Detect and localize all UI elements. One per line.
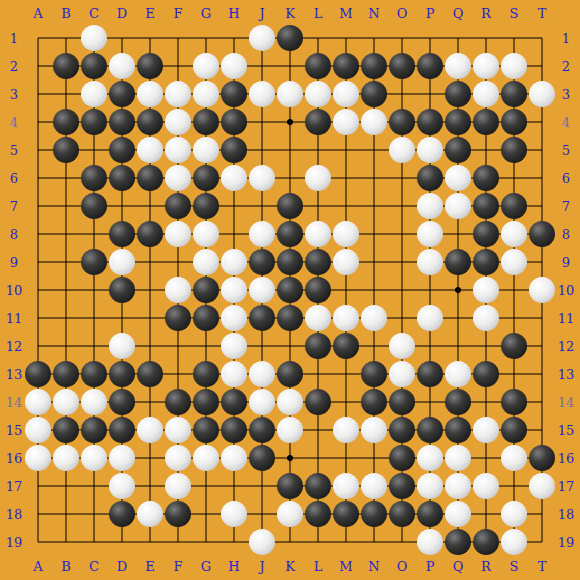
- row-label-right: 19: [558, 535, 575, 550]
- stone-black: [305, 333, 331, 359]
- star-point: [287, 455, 293, 461]
- row-label-right: 11: [558, 311, 575, 326]
- stone-white: [473, 473, 499, 499]
- stone-black: [529, 221, 555, 247]
- col-label-top: G: [201, 6, 211, 21]
- stone-white: [193, 221, 219, 247]
- stone-white: [389, 137, 415, 163]
- stone-black: [361, 81, 387, 107]
- stone-white: [305, 305, 331, 331]
- row-label-right: 17: [558, 479, 575, 494]
- star-point: [287, 119, 293, 125]
- col-label-top: F: [173, 6, 182, 21]
- col-label-bottom: M: [339, 559, 352, 574]
- stone-black: [333, 53, 359, 79]
- stone-black: [361, 53, 387, 79]
- stone-white: [417, 249, 443, 275]
- stone-black: [361, 361, 387, 387]
- stone-white: [445, 165, 471, 191]
- stone-black: [529, 445, 555, 471]
- stone-white: [305, 81, 331, 107]
- col-label-top: T: [538, 6, 547, 21]
- stone-black: [109, 109, 135, 135]
- col-label-bottom: D: [117, 559, 127, 574]
- stone-black: [501, 109, 527, 135]
- row-label-left: 5: [10, 143, 18, 158]
- stone-black: [501, 417, 527, 443]
- go-board[interactable]: AABBCCDDEEFFGGHHJJKKLLMMNNOOPPQQRRSSTT11…: [0, 0, 580, 580]
- col-label-bottom: J: [257, 559, 264, 574]
- row-label-left: 9: [10, 255, 18, 270]
- row-label-right: 14: [558, 395, 575, 410]
- stone-white: [277, 389, 303, 415]
- stone-white: [389, 361, 415, 387]
- col-label-bottom: G: [201, 559, 211, 574]
- stone-black: [305, 109, 331, 135]
- stone-white: [221, 361, 247, 387]
- stone-black: [193, 109, 219, 135]
- stone-white: [221, 165, 247, 191]
- stone-white: [109, 53, 135, 79]
- col-label-bottom: F: [173, 559, 182, 574]
- stone-black: [473, 221, 499, 247]
- stone-white: [137, 501, 163, 527]
- row-label-left: 18: [6, 507, 23, 522]
- stone-black: [81, 53, 107, 79]
- stone-white: [249, 81, 275, 107]
- stone-black: [473, 193, 499, 219]
- col-label-top: B: [61, 6, 71, 21]
- stone-white: [305, 165, 331, 191]
- row-label-right: 6: [562, 171, 570, 186]
- col-label-bottom: B: [61, 559, 71, 574]
- stone-black: [137, 165, 163, 191]
- stone-white: [25, 389, 51, 415]
- stone-black: [137, 221, 163, 247]
- row-label-left: 13: [6, 367, 23, 382]
- stone-white: [473, 277, 499, 303]
- stone-black: [193, 417, 219, 443]
- stone-black: [193, 193, 219, 219]
- stone-black: [137, 361, 163, 387]
- stone-black: [53, 137, 79, 163]
- stone-black: [389, 473, 415, 499]
- stone-white: [221, 501, 247, 527]
- stone-white: [445, 193, 471, 219]
- stone-black: [501, 81, 527, 107]
- stone-black: [193, 389, 219, 415]
- stone-white: [333, 109, 359, 135]
- stone-black: [109, 417, 135, 443]
- stone-white: [529, 473, 555, 499]
- stone-white: [193, 137, 219, 163]
- stone-black: [221, 417, 247, 443]
- col-label-top: N: [368, 6, 379, 21]
- stone-white: [417, 221, 443, 247]
- stone-white: [137, 81, 163, 107]
- stone-white: [165, 109, 191, 135]
- stone-black: [473, 109, 499, 135]
- stone-white: [361, 473, 387, 499]
- stone-black: [305, 473, 331, 499]
- stone-white: [81, 81, 107, 107]
- stone-black: [249, 417, 275, 443]
- stone-white: [109, 249, 135, 275]
- stone-white: [333, 221, 359, 247]
- stone-black: [25, 361, 51, 387]
- stone-black: [193, 305, 219, 331]
- stone-white: [333, 417, 359, 443]
- stone-white: [501, 53, 527, 79]
- stone-black: [389, 417, 415, 443]
- stone-black: [165, 193, 191, 219]
- stone-white: [249, 165, 275, 191]
- stone-white: [501, 249, 527, 275]
- stone-white: [473, 81, 499, 107]
- col-label-bottom: H: [228, 559, 239, 574]
- stone-black: [473, 249, 499, 275]
- stone-black: [165, 305, 191, 331]
- stone-black: [417, 165, 443, 191]
- stone-black: [277, 249, 303, 275]
- stone-black: [277, 361, 303, 387]
- stone-white: [221, 333, 247, 359]
- stone-white: [333, 81, 359, 107]
- row-label-left: 14: [6, 395, 23, 410]
- row-label-right: 2: [562, 59, 570, 74]
- col-label-bottom: T: [538, 559, 547, 574]
- stone-black: [445, 529, 471, 555]
- stone-white: [417, 529, 443, 555]
- row-label-right: 18: [558, 507, 575, 522]
- stone-black: [109, 361, 135, 387]
- col-label-top: L: [314, 6, 323, 21]
- stone-white: [221, 277, 247, 303]
- row-label-right: 3: [562, 87, 570, 102]
- stone-black: [221, 389, 247, 415]
- col-label-top: S: [510, 6, 519, 21]
- row-label-left: 1: [10, 31, 18, 46]
- stone-white: [333, 473, 359, 499]
- stone-white: [165, 417, 191, 443]
- stone-black: [53, 361, 79, 387]
- row-label-left: 4: [10, 115, 18, 130]
- col-label-bottom: K: [285, 559, 295, 574]
- stone-white: [445, 361, 471, 387]
- stone-white: [53, 389, 79, 415]
- stone-white: [137, 417, 163, 443]
- stone-white: [361, 109, 387, 135]
- stone-black: [221, 109, 247, 135]
- stone-black: [53, 53, 79, 79]
- row-label-right: 1: [562, 31, 570, 46]
- stone-black: [445, 81, 471, 107]
- row-label-right: 16: [558, 451, 575, 466]
- stone-white: [165, 221, 191, 247]
- stone-white: [165, 165, 191, 191]
- row-label-left: 12: [6, 339, 23, 354]
- stone-black: [277, 305, 303, 331]
- stone-black: [81, 361, 107, 387]
- stone-black: [417, 361, 443, 387]
- stone-black: [221, 81, 247, 107]
- stone-white: [109, 333, 135, 359]
- stone-white: [81, 389, 107, 415]
- col-label-bottom: S: [510, 559, 519, 574]
- stone-white: [361, 417, 387, 443]
- stone-white: [53, 445, 79, 471]
- stone-black: [277, 473, 303, 499]
- stone-black: [53, 109, 79, 135]
- stone-black: [137, 53, 163, 79]
- stone-black: [333, 501, 359, 527]
- stone-black: [305, 249, 331, 275]
- stone-black: [389, 109, 415, 135]
- col-label-top: R: [481, 6, 492, 21]
- row-label-right: 9: [562, 255, 570, 270]
- stone-black: [81, 249, 107, 275]
- col-label-bottom: L: [314, 559, 323, 574]
- col-label-top: A: [32, 6, 43, 21]
- stone-black: [445, 137, 471, 163]
- stone-white: [417, 445, 443, 471]
- col-label-top: Q: [453, 6, 464, 21]
- stone-black: [81, 165, 107, 191]
- stone-white: [165, 81, 191, 107]
- stone-white: [249, 529, 275, 555]
- stone-white: [193, 445, 219, 471]
- stone-black: [473, 361, 499, 387]
- stone-black: [249, 305, 275, 331]
- stone-white: [333, 305, 359, 331]
- stone-black: [417, 417, 443, 443]
- stone-white: [109, 473, 135, 499]
- col-label-bottom: C: [89, 559, 99, 574]
- stone-white: [501, 221, 527, 247]
- stone-black: [193, 165, 219, 191]
- stone-black: [417, 109, 443, 135]
- col-label-bottom: A: [32, 559, 43, 574]
- stone-black: [81, 193, 107, 219]
- stone-white: [221, 445, 247, 471]
- stone-black: [473, 529, 499, 555]
- stone-white: [473, 53, 499, 79]
- row-label-left: 17: [6, 479, 23, 494]
- stone-black: [501, 137, 527, 163]
- col-label-top: K: [285, 6, 295, 21]
- stone-black: [193, 277, 219, 303]
- stone-white: [473, 417, 499, 443]
- stone-black: [165, 389, 191, 415]
- stone-black: [417, 501, 443, 527]
- stone-black: [305, 53, 331, 79]
- stone-black: [109, 221, 135, 247]
- stone-black: [361, 501, 387, 527]
- stone-white: [501, 445, 527, 471]
- stone-black: [445, 109, 471, 135]
- row-label-right: 12: [558, 339, 575, 354]
- col-label-bottom: Q: [453, 559, 464, 574]
- stone-white: [529, 277, 555, 303]
- stone-white: [25, 417, 51, 443]
- stone-black: [249, 249, 275, 275]
- stone-black: [501, 389, 527, 415]
- col-label-bottom: P: [426, 559, 435, 574]
- col-label-bottom: R: [481, 559, 492, 574]
- col-label-bottom: E: [145, 559, 155, 574]
- stone-black: [277, 193, 303, 219]
- stone-white: [417, 473, 443, 499]
- star-point: [455, 287, 461, 293]
- stone-white: [445, 501, 471, 527]
- row-label-left: 16: [6, 451, 23, 466]
- col-label-bottom: O: [397, 559, 408, 574]
- stone-black: [445, 417, 471, 443]
- stone-white: [109, 445, 135, 471]
- stone-black: [473, 165, 499, 191]
- stone-black: [109, 501, 135, 527]
- row-label-right: 13: [558, 367, 575, 382]
- stone-black: [389, 501, 415, 527]
- stone-white: [473, 305, 499, 331]
- stone-black: [277, 221, 303, 247]
- stone-white: [249, 277, 275, 303]
- stone-black: [389, 53, 415, 79]
- col-label-top: J: [257, 6, 264, 21]
- stone-black: [445, 249, 471, 275]
- row-label-left: 10: [6, 283, 23, 298]
- row-label-right: 10: [558, 283, 575, 298]
- stone-white: [361, 305, 387, 331]
- stone-black: [109, 81, 135, 107]
- stone-black: [53, 417, 79, 443]
- row-label-right: 15: [558, 423, 575, 438]
- stone-white: [501, 501, 527, 527]
- row-label-left: 15: [6, 423, 23, 438]
- stone-white: [249, 25, 275, 51]
- stone-white: [25, 445, 51, 471]
- row-label-left: 3: [10, 87, 18, 102]
- stone-white: [193, 53, 219, 79]
- col-label-top: O: [397, 6, 408, 21]
- stone-white: [417, 137, 443, 163]
- stone-black: [277, 277, 303, 303]
- col-label-top: E: [145, 6, 155, 21]
- stone-white: [445, 473, 471, 499]
- go-board-canvas[interactable]: AABBCCDDEEFFGGHHJJKKLLMMNNOOPPQQRRSSTT11…: [0, 0, 580, 580]
- row-label-right: 7: [562, 199, 570, 214]
- stone-white: [417, 305, 443, 331]
- stone-black: [81, 109, 107, 135]
- stone-white: [81, 445, 107, 471]
- row-label-right: 5: [562, 143, 570, 158]
- stone-white: [193, 249, 219, 275]
- stone-white: [193, 81, 219, 107]
- stone-white: [81, 25, 107, 51]
- stone-white: [333, 249, 359, 275]
- row-label-right: 8: [562, 227, 570, 242]
- col-label-bottom: N: [368, 559, 379, 574]
- col-label-top: D: [117, 6, 127, 21]
- stone-black: [193, 361, 219, 387]
- stone-black: [137, 109, 163, 135]
- row-label-left: 11: [6, 311, 23, 326]
- stone-black: [389, 445, 415, 471]
- stone-white: [165, 445, 191, 471]
- stone-white: [249, 361, 275, 387]
- row-label-right: 4: [562, 115, 570, 130]
- stone-black: [361, 389, 387, 415]
- stone-white: [305, 221, 331, 247]
- stone-white: [389, 333, 415, 359]
- stone-white: [249, 389, 275, 415]
- stone-white: [529, 81, 555, 107]
- stone-white: [277, 501, 303, 527]
- stone-white: [277, 81, 303, 107]
- stone-white: [165, 277, 191, 303]
- stone-black: [81, 417, 107, 443]
- col-label-top: M: [339, 6, 352, 21]
- stone-white: [221, 249, 247, 275]
- row-label-left: 7: [10, 199, 18, 214]
- stone-black: [305, 389, 331, 415]
- stone-white: [165, 473, 191, 499]
- stone-white: [277, 417, 303, 443]
- stone-black: [501, 333, 527, 359]
- row-label-left: 8: [10, 227, 18, 242]
- stone-white: [221, 53, 247, 79]
- stone-black: [333, 333, 359, 359]
- col-label-top: P: [426, 6, 435, 21]
- stone-white: [501, 529, 527, 555]
- col-label-top: C: [89, 6, 99, 21]
- stone-black: [249, 445, 275, 471]
- stone-black: [221, 137, 247, 163]
- col-label-top: H: [228, 6, 239, 21]
- stone-white: [445, 445, 471, 471]
- stone-black: [501, 193, 527, 219]
- stone-black: [445, 389, 471, 415]
- stone-black: [389, 389, 415, 415]
- stone-black: [305, 277, 331, 303]
- stone-white: [445, 53, 471, 79]
- stone-white: [137, 137, 163, 163]
- stone-black: [109, 137, 135, 163]
- stone-white: [417, 193, 443, 219]
- stone-black: [165, 501, 191, 527]
- row-label-left: 2: [10, 59, 18, 74]
- stone-white: [249, 221, 275, 247]
- stone-black: [109, 165, 135, 191]
- stone-black: [417, 53, 443, 79]
- stone-white: [221, 305, 247, 331]
- stone-black: [109, 389, 135, 415]
- row-label-left: 19: [6, 535, 23, 550]
- stone-black: [305, 501, 331, 527]
- stone-white: [165, 137, 191, 163]
- stone-black: [277, 25, 303, 51]
- stone-black: [109, 277, 135, 303]
- row-label-left: 6: [10, 171, 18, 186]
